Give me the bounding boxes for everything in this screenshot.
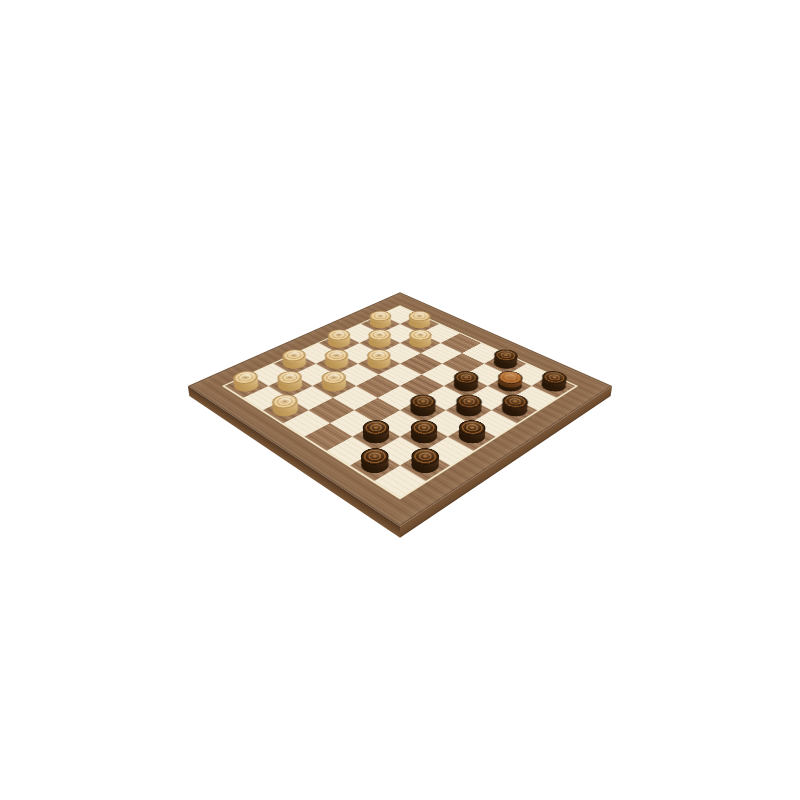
playing-field <box>222 305 578 499</box>
checker-dark <box>449 377 483 395</box>
checker-dark <box>405 401 440 421</box>
square-dark <box>304 423 352 451</box>
checker-light <box>273 377 307 395</box>
scene <box>0 0 800 800</box>
checkers-board <box>188 292 612 526</box>
square-dark <box>491 398 537 423</box>
checker-light <box>317 377 351 395</box>
board-frame <box>188 292 612 526</box>
checker-light <box>230 377 264 395</box>
square-dark <box>448 423 496 451</box>
